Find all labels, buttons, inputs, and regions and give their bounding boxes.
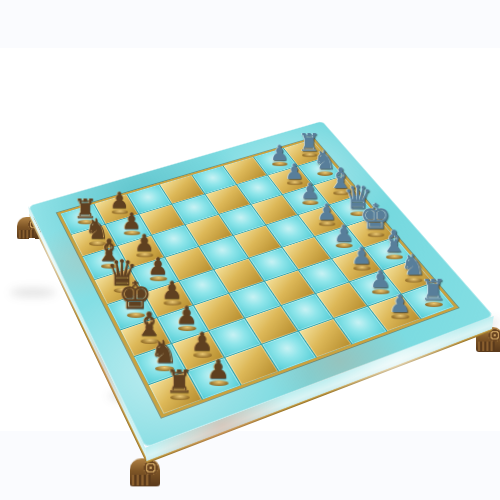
rook-glyph: ♜ xyxy=(166,366,194,397)
piece-blue-pawn[interactable]: ♟ xyxy=(382,292,418,320)
pawn-glyph: ♟ xyxy=(389,292,411,316)
letterbox-band-top xyxy=(0,0,500,48)
rook-glyph: ♜ xyxy=(421,276,446,304)
left-foot-shadow xyxy=(10,288,56,297)
piece-bronze-pawn[interactable]: ♟ xyxy=(199,357,237,386)
square-g4[interactable] xyxy=(246,306,297,343)
piece-bronze-rook[interactable]: ♜ xyxy=(160,366,199,400)
pawn-glyph: ♟ xyxy=(207,357,230,383)
piece-brass-base xyxy=(209,380,228,386)
board-foot-near xyxy=(130,458,161,486)
pawn-glyph: ♟ xyxy=(161,278,183,302)
letterbox-band-bottom xyxy=(0,431,500,500)
chess-board-grid: ♜♟♟♜♞♟♟♞♝♟♟♝♛♟♟♛♚♟♟♚♝♟♟♝♞♟♟♞♜♟♟♜ xyxy=(57,137,458,417)
piece-brass-base xyxy=(391,314,409,319)
chess-board: ♜♟♟♜♞♟♟♞♝♟♟♝♛♟♟♛♚♟♟♚♝♟♟♝♞♟♟♞♜♟♟♜ xyxy=(28,121,494,448)
pawn-glyph: ♟ xyxy=(176,303,198,328)
product-photo-canvas: { "image": { "type": "product-photo", "s… xyxy=(0,0,500,500)
piece-brass-base xyxy=(424,302,442,307)
piece-brass-base xyxy=(170,395,189,401)
pawn-glyph: ♟ xyxy=(351,244,372,267)
chess-set-scene: ♜♟♟♜♞♟♟♞♝♟♟♝♛♟♟♛♚♟♟♚♝♟♟♝♞♟♟♞♜♟♟♜ xyxy=(73,83,423,433)
pawn-glyph: ♟ xyxy=(369,268,390,292)
pawn-glyph: ♟ xyxy=(191,329,214,354)
piece-blue-rook[interactable]: ♜ xyxy=(415,276,451,307)
square-h7[interactable]: ♟ xyxy=(368,295,420,332)
